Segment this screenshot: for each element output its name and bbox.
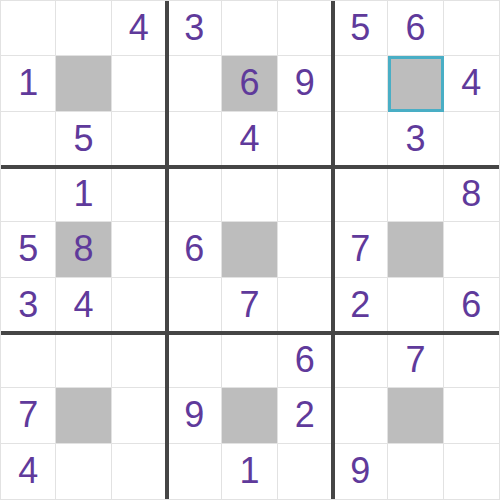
cell-r4c1[interactable] [1,167,56,222]
cell-r5c5[interactable] [222,222,277,277]
cell-r4c9[interactable]: 8 [444,167,499,222]
cell-r3c6[interactable] [278,112,333,167]
cell-r8c6[interactable]: 2 [278,388,333,443]
cell-r1c9[interactable] [444,1,499,56]
cell-r3c5[interactable]: 4 [222,112,277,167]
cell-r1c2[interactable] [56,1,111,56]
cell-r5c1[interactable]: 5 [1,222,56,277]
cell-r5c6[interactable] [278,222,333,277]
cell-r1c6[interactable] [278,1,333,56]
cell-r6c7[interactable]: 2 [333,278,388,333]
cell-r7c6[interactable]: 6 [278,333,333,388]
cell-r7c7[interactable] [333,333,388,388]
cell-r7c8[interactable]: 7 [388,333,443,388]
cell-r4c2[interactable]: 1 [56,167,111,222]
cell-r1c3[interactable]: 4 [112,1,167,56]
cell-r4c5[interactable] [222,167,277,222]
cell-r5c2[interactable]: 8 [56,222,111,277]
cell-r7c1[interactable] [1,333,56,388]
cell-r3c3[interactable] [112,112,167,167]
cell-r5c3[interactable] [112,222,167,277]
cell-r9c8[interactable] [388,444,443,499]
sudoku-board: 435616945431858673472667792419 [0,0,500,500]
cell-r3c4[interactable] [167,112,222,167]
cell-r7c9[interactable] [444,333,499,388]
cell-r4c7[interactable] [333,167,388,222]
cell-r6c6[interactable] [278,278,333,333]
cell-r6c1[interactable]: 3 [1,278,56,333]
cell-r5c8[interactable] [388,222,443,277]
cell-r1c5[interactable] [222,1,277,56]
cell-r5c7[interactable]: 7 [333,222,388,277]
cell-r8c7[interactable] [333,388,388,443]
cell-r2c3[interactable] [112,56,167,111]
cell-r6c5[interactable]: 7 [222,278,277,333]
cell-r9c9[interactable] [444,444,499,499]
cell-r7c5[interactable] [222,333,277,388]
cell-r5c4[interactable]: 6 [167,222,222,277]
cell-r7c4[interactable] [167,333,222,388]
cell-r1c1[interactable] [1,1,56,56]
cell-r7c2[interactable] [56,333,111,388]
cell-r3c7[interactable] [333,112,388,167]
cell-r9c7[interactable]: 9 [333,444,388,499]
cell-r4c8[interactable] [388,167,443,222]
cell-r4c6[interactable] [278,167,333,222]
cell-r9c5[interactable]: 1 [222,444,277,499]
cell-r3c2[interactable]: 5 [56,112,111,167]
cell-r8c5[interactable] [222,388,277,443]
cell-r6c9[interactable]: 6 [444,278,499,333]
cell-r1c8[interactable]: 6 [388,1,443,56]
cell-r2c2[interactable] [56,56,111,111]
cell-r9c6[interactable] [278,444,333,499]
cell-r6c3[interactable] [112,278,167,333]
cell-r2c9[interactable]: 4 [444,56,499,111]
cell-r6c2[interactable]: 4 [56,278,111,333]
cell-r8c9[interactable] [444,388,499,443]
cell-r8c4[interactable]: 9 [167,388,222,443]
cell-r8c3[interactable] [112,388,167,443]
cell-r9c1[interactable]: 4 [1,444,56,499]
cell-r2c8[interactable] [388,56,443,111]
cell-r9c2[interactable] [56,444,111,499]
cell-r8c2[interactable] [56,388,111,443]
cell-r1c4[interactable]: 3 [167,1,222,56]
cell-r8c1[interactable]: 7 [1,388,56,443]
cell-r3c9[interactable] [444,112,499,167]
cell-r9c4[interactable] [167,444,222,499]
cell-r8c8[interactable] [388,388,443,443]
cell-r9c3[interactable] [112,444,167,499]
cell-r2c7[interactable] [333,56,388,111]
cell-r5c9[interactable] [444,222,499,277]
cell-r4c4[interactable] [167,167,222,222]
cell-r4c3[interactable] [112,167,167,222]
cell-r2c1[interactable]: 1 [1,56,56,111]
cell-r3c1[interactable] [1,112,56,167]
cell-r1c7[interactable]: 5 [333,1,388,56]
cell-r2c5[interactable]: 6 [222,56,277,111]
cell-r6c4[interactable] [167,278,222,333]
cell-r3c8[interactable]: 3 [388,112,443,167]
cell-r2c6[interactable]: 9 [278,56,333,111]
cell-r6c8[interactable] [388,278,443,333]
cell-r7c3[interactable] [112,333,167,388]
cell-r2c4[interactable] [167,56,222,111]
